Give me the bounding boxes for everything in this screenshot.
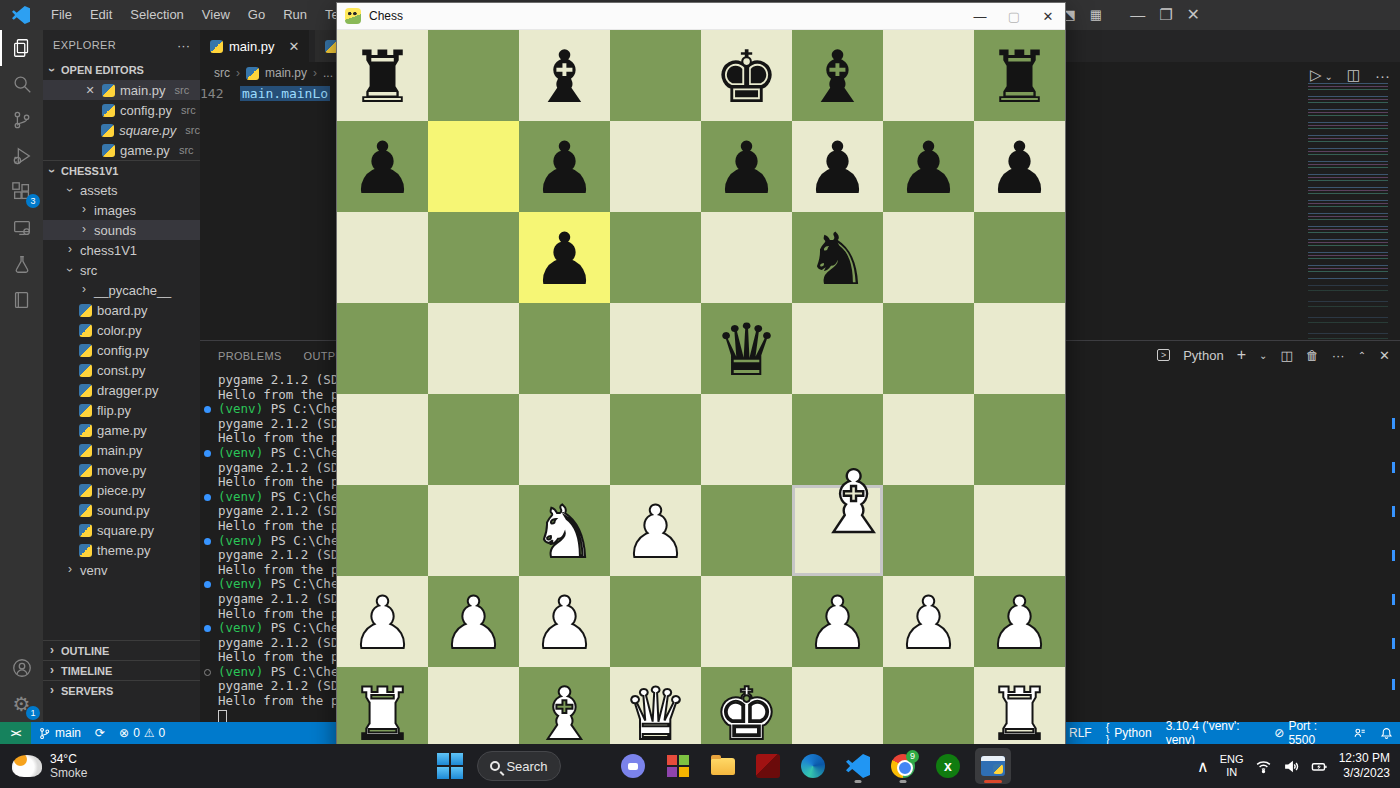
tree-item-label: sounds	[94, 223, 136, 238]
piece-bR-a8[interactable]: ♜	[337, 30, 428, 121]
tray-chevron-icon[interactable]: ∧	[1197, 757, 1209, 776]
open-editor-label: config.py	[120, 103, 172, 118]
weather-widget[interactable]: 34°C Smoke	[12, 752, 87, 780]
testing-icon[interactable]	[0, 246, 43, 282]
tree-chevron-icon: ›	[63, 265, 77, 275]
terminal-line: Hello from the pyg	[200, 475, 353, 490]
tree-item-theme-py[interactable]: theme.py	[43, 540, 200, 560]
settings-badge: 1	[26, 706, 40, 720]
square-a2[interactable]: ♟	[337, 576, 428, 667]
tree-item-main-py[interactable]: main.py	[43, 440, 200, 460]
tree-item-venv[interactable]: ›venv	[43, 560, 200, 580]
ruler-mark	[1392, 462, 1395, 473]
python-file-icon	[79, 484, 92, 497]
tree-chevron-icon: ›	[65, 562, 75, 576]
taskbar-icon-task-view[interactable]	[570, 748, 606, 784]
tree-item-label: main.py	[97, 443, 143, 458]
close-panel-icon[interactable]: ✕	[1379, 348, 1390, 363]
minimap[interactable]	[1308, 80, 1388, 280]
piece-wP-f2[interactable]: ♟	[792, 576, 883, 667]
python-file-icon	[79, 464, 92, 477]
start-button[interactable]	[432, 748, 468, 784]
tree-item-label: theme.py	[97, 543, 150, 558]
workspace-root[interactable]: ›CHESS1V1	[43, 160, 200, 180]
command-success-dot	[204, 450, 211, 457]
square-a6[interactable]	[337, 212, 428, 303]
command-success-dot	[204, 494, 211, 501]
square-h5[interactable]	[974, 303, 1065, 394]
tree-item-label: flip.py	[97, 403, 131, 418]
open-editor-detail: src	[179, 144, 194, 156]
square-b5[interactable]	[428, 303, 519, 394]
extensions-badge: 3	[26, 194, 40, 208]
chess-board: ♜♝♚♝♜♟♟♟♟♟♟♟♞♛♞♟♟♟♟♟♟♟♜♝♛♚♜♝	[337, 30, 1065, 758]
xbox-glyph: x	[936, 754, 960, 778]
active-indicator	[984, 780, 1002, 783]
python-file-icon	[79, 304, 92, 317]
square-a5[interactable]	[337, 303, 428, 394]
python-file-icon	[101, 124, 114, 137]
piece-wP-h2[interactable]: ♟	[974, 576, 1065, 667]
piece-bR-h8[interactable]: ♜	[974, 30, 1065, 121]
tree-item-label: piece.py	[97, 483, 145, 498]
piece-wP-d3[interactable]: ♟	[610, 485, 701, 576]
volume-icon[interactable]	[1283, 758, 1300, 775]
python-file-icon	[79, 324, 92, 337]
venv-prefix: (venv)	[218, 664, 263, 679]
taskbar-search[interactable]: Search	[477, 751, 561, 781]
menu-item-edit[interactable]: Edit	[81, 0, 121, 30]
kill-terminal-icon[interactable]: 🗑	[1306, 348, 1319, 363]
terminal-line: Hello from the pyg	[200, 431, 353, 446]
open-editor-label: game.py	[120, 143, 170, 158]
square-e4[interactable]	[701, 394, 792, 485]
terminal-line: pygame 2.1.2 (SDL	[200, 548, 353, 563]
tree-item-src[interactable]: ›src	[43, 260, 200, 280]
piece-bP-h7[interactable]: ♟	[974, 121, 1065, 212]
terminal-line: pygame 2.1.2 (SDL	[200, 504, 353, 519]
dragon-glyph	[756, 754, 780, 778]
notebook-icon[interactable]	[0, 282, 43, 318]
chess-window-title: Chess	[369, 9, 963, 23]
piece-wP-b2[interactable]: ♟	[428, 576, 519, 667]
tree-item-label: venv	[80, 563, 107, 578]
piece-bB-f8[interactable]: ♝	[792, 30, 883, 121]
terminal-line: Hello from the pyg	[200, 607, 353, 622]
piece-bP-f7[interactable]: ♟	[792, 121, 883, 212]
line-ending-indicator[interactable]: RLF	[1062, 722, 1099, 744]
piece-wN-c3[interactable]: ♞	[519, 485, 610, 576]
square-h2[interactable]: ♟	[974, 576, 1065, 667]
language-mode[interactable]: { }Python	[1099, 722, 1159, 744]
square-h4[interactable]	[974, 394, 1065, 485]
tree-item-config-py[interactable]: config.py	[43, 340, 200, 360]
branch-indicator[interactable]: main	[31, 722, 88, 744]
square-f5[interactable]	[792, 303, 883, 394]
tree-item-sounds[interactable]: ›sounds	[43, 220, 200, 240]
venv-prefix: (venv)	[218, 401, 263, 416]
piece-bB-c8[interactable]: ♝	[519, 30, 610, 121]
venv-prefix: (venv)	[218, 576, 263, 591]
python-file-icon	[79, 424, 92, 437]
square-d8[interactable]	[610, 30, 701, 121]
square-b6[interactable]	[428, 212, 519, 303]
vscode-glyph	[846, 754, 870, 778]
tree-item-chess1V1[interactable]: ›chess1V1	[43, 240, 200, 260]
open-editor-game.py[interactable]: game.pysrc	[43, 140, 200, 160]
square-c6[interactable]: ♟	[519, 212, 610, 303]
tree-item-game-py[interactable]: game.py	[43, 420, 200, 440]
python-file-icon	[79, 504, 92, 517]
tree-item-dragger-py[interactable]: dragger.py	[43, 380, 200, 400]
taskbar-icon-edge[interactable]	[795, 748, 831, 784]
piece-bP-c6[interactable]: ♟	[519, 212, 610, 303]
square-e2[interactable]	[701, 576, 792, 667]
square-g7[interactable]: ♟	[883, 121, 974, 212]
tree-chevron-icon: ›	[79, 222, 89, 236]
taskbar-icon-chat[interactable]	[615, 748, 651, 784]
tree-item-label: src	[80, 263, 97, 278]
store-glyph	[667, 755, 689, 777]
open-editor-detail: src	[181, 104, 196, 116]
open-editor-detail: src	[175, 84, 190, 96]
ruler-mark	[1392, 506, 1395, 517]
tree-chevron-icon: ›	[63, 185, 77, 195]
search-icon[interactable]	[0, 66, 43, 102]
extensions-icon[interactable]: 3	[0, 174, 43, 210]
tree-chevron-icon: ›	[79, 202, 89, 216]
square-f8[interactable]: ♝	[792, 30, 883, 121]
chess-window: Chess — ▢ ✕ ♜♝♚♝♜♟♟♟♟♟♟♟♞♛♞♟♟♟♟♟♟♟♜♝♛♚♜♝	[336, 2, 1066, 758]
piece-bP-g7[interactable]: ♟	[883, 121, 974, 212]
tree-item-board-py[interactable]: board.py	[43, 300, 200, 320]
square-c2[interactable]: ♟	[519, 576, 610, 667]
tree-item-label: __pycache__	[94, 283, 171, 298]
terminal-shell-icon: >	[1157, 349, 1170, 361]
chess-window-titlebar[interactable]: Chess — ▢ ✕	[337, 3, 1065, 30]
tree-item-label: color.py	[97, 323, 142, 338]
vscode-logo-icon	[12, 6, 30, 24]
square-d5[interactable]	[610, 303, 701, 394]
python-file-icon	[246, 67, 259, 80]
port-indicator[interactable]: ⊘Port : 5500	[1267, 722, 1346, 744]
terminal-line: pygame 2.1.2 (SDL	[200, 373, 353, 388]
tab-main-py[interactable]: main.py ✕	[200, 30, 309, 62]
explorer-sidebar: EXPLORER ··· ›OPEN EDITORS ✕main.pysrcco…	[43, 30, 200, 722]
square-g8[interactable]	[883, 30, 974, 121]
tree-item-square-py[interactable]: square.py	[43, 520, 200, 540]
tree-item-move-py[interactable]: move.py	[43, 460, 200, 480]
terminal-line: (venv) PS C:\Chess	[200, 577, 353, 592]
selected-code-text: main.mainLo	[240, 86, 330, 101]
tree-item-sound-py[interactable]: sound.py	[43, 500, 200, 520]
terminal-line: (venv) PS C:\Chess	[200, 402, 353, 417]
square-f2[interactable]: ♟	[792, 576, 883, 667]
close-editor-icon[interactable]: ✕	[83, 84, 97, 97]
running-indicator	[900, 780, 907, 783]
menu-item-view[interactable]: View	[193, 0, 239, 30]
square-c4[interactable]	[519, 394, 610, 485]
terminal-dropdown-icon[interactable]: ⌄	[1259, 350, 1267, 361]
weather-condition: Smoke	[50, 766, 87, 780]
python-file-icon	[210, 40, 223, 53]
square-a8[interactable]: ♜	[337, 30, 428, 121]
tree-item-label: move.py	[97, 463, 146, 478]
taskbar: 34°C Smoke Search 9x ∧ ENGIN 12:30 PM3/3…	[0, 744, 1400, 788]
tree-item-label: dragger.py	[97, 383, 158, 398]
venv-prefix: (venv)	[218, 445, 263, 460]
open-editors-header[interactable]: ›OPEN EDITORS	[43, 60, 200, 80]
account-icon[interactable]	[0, 650, 43, 686]
panel-more-icon[interactable]: ···	[1332, 348, 1345, 363]
terminal-line: Hello from the pyg	[200, 694, 353, 709]
square-e3[interactable]	[701, 485, 792, 576]
weather-cloud-icon	[12, 755, 42, 777]
terminal-line: Hello from the pyg	[200, 519, 353, 534]
terminal-line: Hello from the pyg	[200, 650, 353, 665]
square-b8[interactable]	[428, 30, 519, 121]
tab-close-icon[interactable]: ✕	[289, 39, 300, 54]
square-h8[interactable]: ♜	[974, 30, 1065, 121]
maximize-panel-icon[interactable]: ⌃	[1358, 350, 1366, 361]
tree-item-label: game.py	[97, 423, 147, 438]
new-terminal-icon[interactable]: +	[1237, 346, 1246, 364]
terminal-line: (venv) PS C:\Chess	[200, 621, 353, 636]
square-g2[interactable]: ♟	[883, 576, 974, 667]
python-file-icon	[79, 404, 92, 417]
explorer-more-icon[interactable]: ···	[177, 38, 190, 53]
python-interpreter[interactable]: 3.10.4 ('venv': venv)	[1159, 722, 1268, 744]
taskbar-icon-dragon[interactable]	[750, 748, 786, 784]
square-e6[interactable]	[701, 212, 792, 303]
settings-gear-icon[interactable]: ⚙ 1	[0, 686, 43, 722]
square-a3[interactable]	[337, 485, 428, 576]
screen: FileEditSelectionViewGoRunTerminalHelp ◫…	[0, 0, 1400, 788]
line-number: 142	[200, 86, 240, 101]
piece-bP-e7[interactable]: ♟	[701, 121, 792, 212]
square-f6[interactable]: ♞	[792, 212, 883, 303]
tree-chevron-icon: ›	[79, 282, 89, 296]
ruler-mark	[1392, 550, 1395, 561]
square-d6[interactable]	[610, 212, 701, 303]
tree-item-label: chess1V1	[80, 243, 137, 258]
tree-item-assets[interactable]: ›assets	[43, 180, 200, 200]
piece-bQ-e5[interactable]: ♛	[701, 303, 792, 394]
open-editor-detail: src	[185, 124, 200, 136]
open-editor-label: square.py	[119, 123, 176, 138]
terminal-line: pygame 2.1.2 (SDL	[200, 417, 353, 432]
source-control-icon[interactable]	[0, 102, 43, 138]
square-d3[interactable]: ♟	[610, 485, 701, 576]
activity-bar: 3 ⚙ 1	[0, 30, 43, 722]
outline-section[interactable]: ›OUTLINE	[43, 640, 200, 660]
chess-maximize-icon[interactable]: ▢	[997, 3, 1031, 30]
python-file-icon	[79, 524, 92, 537]
terminal-line: (venv) PS C:\Chess	[200, 446, 353, 461]
explorer-glyph	[711, 758, 735, 775]
ruler-mark	[1392, 594, 1395, 605]
tree-item-flip-py[interactable]: flip.py	[43, 400, 200, 420]
remote-indicator[interactable]: ><	[0, 722, 31, 744]
tree-item-__pycache__[interactable]: ›__pycache__	[43, 280, 200, 300]
square-g5[interactable]	[883, 303, 974, 394]
tree-item-color-py[interactable]: color.py	[43, 320, 200, 340]
explorer-title: EXPLORER	[53, 39, 116, 51]
search-icon	[490, 761, 500, 771]
square-a7[interactable]: ♟	[337, 121, 428, 212]
square-e8[interactable]: ♚	[701, 30, 792, 121]
command-success-dot	[204, 406, 211, 413]
tree-item-images[interactable]: ›images	[43, 200, 200, 220]
tree-item-const-py[interactable]: const.py	[43, 360, 200, 380]
chess-close-icon[interactable]: ✕	[1031, 3, 1065, 30]
menu-item-run[interactable]: Run	[274, 0, 316, 30]
dragged-piece-wB[interactable]: ♝	[808, 455, 899, 546]
terminal-line: (venv) PS C:\Chess	[200, 534, 353, 549]
menu-item-selection[interactable]: Selection	[121, 0, 192, 30]
explorer-icon[interactable]	[0, 30, 43, 66]
terminal-line: (venv) PS C:\Chess	[200, 665, 353, 680]
command-success-dot	[204, 625, 211, 632]
square-c8[interactable]: ♝	[519, 30, 610, 121]
square-h6[interactable]	[974, 212, 1065, 303]
window-close-icon[interactable]: ✕	[1187, 5, 1200, 24]
menu-item-file[interactable]: File	[42, 0, 81, 30]
running-indicator	[855, 780, 862, 783]
square-e7[interactable]: ♟	[701, 121, 792, 212]
square-e5[interactable]: ♛	[701, 303, 792, 394]
piece-wP-c2[interactable]: ♟	[519, 576, 610, 667]
terminal-line: pygame 2.1.2 (SDL	[200, 636, 353, 651]
python-file-icon	[79, 444, 92, 457]
square-c5[interactable]	[519, 303, 610, 394]
open-editor-config.py[interactable]: config.pysrc	[43, 100, 200, 120]
tree-item-piece-py[interactable]: piece.py	[43, 480, 200, 500]
search-label: Search	[506, 759, 547, 774]
tree-item-label: square.py	[97, 523, 154, 538]
tree-item-label: images	[94, 203, 136, 218]
python-file-icon	[102, 84, 115, 97]
feedback-icon[interactable]	[1346, 722, 1373, 744]
timeline-section[interactable]: ›TIMELINE	[43, 660, 200, 680]
tree-item-label: const.py	[97, 363, 145, 378]
notifications-bell-icon[interactable]	[1373, 722, 1400, 744]
ruler-mark	[1392, 638, 1395, 649]
tree-item-label: sound.py	[97, 503, 150, 518]
piece-bN-f6[interactable]: ♞	[792, 212, 883, 303]
venv-prefix: (venv)	[218, 620, 263, 635]
taskbar-icon-pygame[interactable]	[975, 748, 1011, 784]
terminal-line: pygame 2.1.2 (SDL	[200, 461, 353, 476]
terminal-line: Hello from the pyg	[200, 388, 353, 403]
piece-bK-e8[interactable]: ♚	[701, 30, 792, 121]
command-success-dot	[204, 538, 211, 545]
window-restore-icon[interactable]: ❐	[1159, 6, 1172, 24]
sidebar-sections: ›OUTLINE ›TIMELINE ›SERVERS	[43, 640, 200, 700]
taskbar-icon-xbox[interactable]: x	[930, 748, 966, 784]
chat-glyph	[621, 754, 645, 778]
status-bar-right: RLF { }Python 3.10.4 ('venv': venv) ⊘Por…	[1062, 722, 1400, 744]
taskbar-center: Search 9x	[432, 744, 1011, 788]
file-tree: ›assets›images›sounds›chess1V1›src›__pyc…	[43, 180, 200, 580]
square-c3[interactable]: ♞	[519, 485, 610, 576]
wifi-icon[interactable]	[1255, 758, 1272, 775]
taskbar-icon-explorer[interactable]	[705, 748, 741, 784]
square-h7[interactable]: ♟	[974, 121, 1065, 212]
split-terminal-icon[interactable]: ◫	[1280, 348, 1292, 363]
terminal-line: pygame 2.1.2 (SDL	[200, 592, 353, 607]
taskbar-icon-store[interactable]	[660, 748, 696, 784]
battery-icon[interactable]	[1311, 758, 1328, 775]
square-h3[interactable]	[974, 485, 1065, 576]
python-file-icon	[102, 104, 115, 117]
square-g6[interactable]	[883, 212, 974, 303]
problems-tab[interactable]: PROBLEMS	[218, 350, 282, 362]
square-f7[interactable]: ♟	[792, 121, 883, 212]
language-indicator[interactable]: ENGIN	[1220, 753, 1244, 779]
square-d7[interactable]	[610, 121, 701, 212]
square-d4[interactable]	[610, 394, 701, 485]
run-debug-icon[interactable]	[0, 138, 43, 174]
problems-indicator[interactable]: ⊗0 ⚠0	[112, 722, 172, 744]
piece-wP-a2[interactable]: ♟	[337, 576, 428, 667]
tree-item-label: board.py	[97, 303, 148, 318]
taskbar-icon-chrome[interactable]: 9	[885, 748, 921, 784]
command-success-dot	[204, 581, 211, 588]
square-b3[interactable]	[428, 485, 519, 576]
terminal-output[interactable]: pygame 2.1.2 (SDLHello from the pyg(venv…	[200, 373, 353, 725]
python-file-icon	[79, 344, 92, 357]
tree-chevron-icon: ›	[65, 242, 75, 256]
python-file-icon	[79, 384, 92, 397]
remote-explorer-icon[interactable]	[0, 210, 43, 246]
open-editor-square.py[interactable]: square.pysrc	[43, 120, 200, 140]
pygame-icon	[345, 8, 361, 24]
sync-button[interactable]: ⟳	[88, 722, 112, 744]
open-editors-list: ✕main.pysrcconfig.pysrcsquare.pysrcgame.…	[43, 80, 200, 160]
taskbar-icon-vscode[interactable]	[840, 748, 876, 784]
piece-bP-a7[interactable]: ♟	[337, 121, 428, 212]
venv-prefix: (venv)	[218, 489, 263, 504]
terminal-line: (venv) PS C:\Chess	[200, 490, 353, 505]
python-file-icon	[102, 144, 115, 157]
square-b4[interactable]	[428, 394, 519, 485]
chess-minimize-icon[interactable]: —	[963, 3, 997, 30]
square-d2[interactable]	[610, 576, 701, 667]
terminal-label: Python	[1183, 348, 1223, 363]
open-editor-label: main.py	[120, 83, 166, 98]
chrome-badge: 9	[906, 750, 919, 763]
square-a4[interactable]	[337, 394, 428, 485]
square-b2[interactable]: ♟	[428, 576, 519, 667]
pygame-glyph	[981, 756, 1005, 776]
open-editor-main.py[interactable]: ✕main.pysrc	[43, 80, 200, 100]
window-minimize-icon[interactable]: —	[1130, 6, 1145, 23]
clock[interactable]: 12:30 PM3/3/2023	[1339, 751, 1390, 781]
tree-item-label: config.py	[97, 343, 149, 358]
piece-wP-g2[interactable]: ♟	[883, 576, 974, 667]
piece-bP-c7[interactable]: ♟	[519, 121, 610, 212]
python-file-icon	[79, 544, 92, 557]
terminal-line: Hello from the pyg	[200, 563, 353, 578]
square-c7[interactable]: ♟	[519, 121, 610, 212]
square-b7[interactable]	[428, 121, 519, 212]
menu-item-go[interactable]: Go	[239, 0, 274, 30]
servers-section[interactable]: ›SERVERS	[43, 680, 200, 700]
system-tray: ∧ ENGIN 12:30 PM3/3/2023	[1197, 744, 1390, 788]
weather-temp: 34°C	[50, 752, 87, 766]
customize-layout-icon[interactable]: ▦	[1090, 7, 1102, 22]
